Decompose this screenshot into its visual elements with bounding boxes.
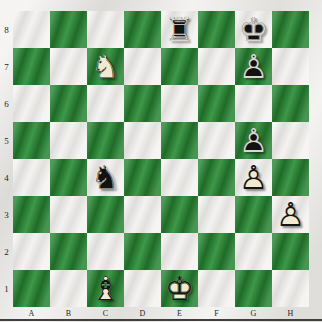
square-d7[interactable] [124, 48, 161, 85]
piece-white-pawn[interactable]: ♟♙ [235, 159, 272, 196]
square-a3[interactable] [13, 196, 50, 233]
square-a4[interactable] [13, 159, 50, 196]
chess-board-frame: 87654321 ♜♖♚♔♞♘♟♙♟♙♞♘♟♙♟♙♝♗♚♔ ABCDEFGH [0, 0, 322, 322]
square-d8[interactable] [124, 11, 161, 48]
file-label-d: D [124, 307, 161, 319]
square-f8[interactable] [198, 11, 235, 48]
square-e3[interactable] [161, 196, 198, 233]
white-king-glyph-outline: ♔ [161, 270, 198, 307]
square-a6[interactable] [13, 85, 50, 122]
square-a5[interactable] [13, 122, 50, 159]
square-g1[interactable] [235, 270, 272, 307]
square-e8[interactable]: ♜♖ [161, 11, 198, 48]
file-label-f: F [198, 307, 235, 319]
black-knight-glyph-fill: ♞ [87, 159, 124, 196]
square-d1[interactable] [124, 270, 161, 307]
square-g8[interactable]: ♚♔ [235, 11, 272, 48]
square-e5[interactable] [161, 122, 198, 159]
square-b2[interactable] [50, 233, 87, 270]
file-label-e: E [161, 307, 198, 319]
file-label-a: A [13, 307, 50, 319]
black-pawn-glyph-outline: ♙ [235, 122, 272, 159]
square-c6[interactable] [87, 85, 124, 122]
square-e4[interactable] [161, 159, 198, 196]
rank-label-1: 1 [0, 270, 13, 307]
square-h2[interactable] [272, 233, 309, 270]
piece-white-knight[interactable]: ♞♘ [87, 48, 124, 85]
rank-label-2: 2 [0, 233, 13, 270]
white-knight-glyph-fill: ♞ [87, 48, 124, 85]
square-f7[interactable] [198, 48, 235, 85]
black-pawn-glyph-fill: ♟ [235, 48, 272, 85]
square-d3[interactable] [124, 196, 161, 233]
black-pawn-glyph-outline: ♙ [235, 48, 272, 85]
rank-label-4: 4 [0, 159, 13, 196]
black-rook-glyph-outline: ♖ [161, 11, 198, 48]
square-a2[interactable] [13, 233, 50, 270]
square-a8[interactable] [13, 11, 50, 48]
rank-label-5: 5 [0, 122, 13, 159]
white-pawn-glyph-outline: ♙ [235, 159, 272, 196]
piece-black-pawn[interactable]: ♟♙ [235, 122, 272, 159]
rank-label-7: 7 [0, 48, 13, 85]
square-e7[interactable] [161, 48, 198, 85]
piece-white-bishop[interactable]: ♝♗ [87, 270, 124, 307]
square-h8[interactable] [272, 11, 309, 48]
file-label-b: B [50, 307, 87, 319]
chess-board: ♜♖♚♔♞♘♟♙♟♙♞♘♟♙♟♙♝♗♚♔ [13, 11, 309, 307]
square-c4[interactable]: ♞♘ [87, 159, 124, 196]
square-b1[interactable] [50, 270, 87, 307]
square-b7[interactable] [50, 48, 87, 85]
black-king-glyph-outline: ♔ [235, 11, 272, 48]
white-pawn-glyph-fill: ♟ [235, 159, 272, 196]
piece-black-knight[interactable]: ♞♘ [87, 159, 124, 196]
square-h5[interactable] [272, 122, 309, 159]
black-knight-glyph-outline: ♘ [87, 159, 124, 196]
square-c8[interactable] [87, 11, 124, 48]
piece-white-pawn[interactable]: ♟♙ [272, 196, 309, 233]
square-e6[interactable] [161, 85, 198, 122]
white-knight-glyph-outline: ♘ [87, 48, 124, 85]
square-b8[interactable] [50, 11, 87, 48]
square-e2[interactable] [161, 233, 198, 270]
rank-label-6: 6 [0, 85, 13, 122]
piece-black-pawn[interactable]: ♟♙ [235, 48, 272, 85]
rank-label-3: 3 [0, 196, 13, 233]
board-bottom-border [0, 319, 322, 321]
square-c1[interactable]: ♝♗ [87, 270, 124, 307]
square-f3[interactable] [198, 196, 235, 233]
square-c3[interactable] [87, 196, 124, 233]
piece-black-rook[interactable]: ♜♖ [161, 11, 198, 48]
square-f6[interactable] [198, 85, 235, 122]
square-a7[interactable] [13, 48, 50, 85]
square-g4[interactable]: ♟♙ [235, 159, 272, 196]
file-label-g: G [235, 307, 272, 319]
rank-label-8: 8 [0, 11, 13, 48]
square-c7[interactable]: ♞♘ [87, 48, 124, 85]
square-g3[interactable] [235, 196, 272, 233]
square-f2[interactable] [198, 233, 235, 270]
square-a1[interactable] [13, 270, 50, 307]
square-h1[interactable] [272, 270, 309, 307]
square-b4[interactable] [50, 159, 87, 196]
square-g2[interactable] [235, 233, 272, 270]
square-b5[interactable] [50, 122, 87, 159]
rank-labels: 87654321 [0, 11, 13, 307]
file-label-c: C [87, 307, 124, 319]
white-bishop-glyph-fill: ♝ [87, 270, 124, 307]
black-king-glyph-fill: ♚ [235, 11, 272, 48]
black-rook-glyph-fill: ♜ [161, 11, 198, 48]
square-b3[interactable] [50, 196, 87, 233]
square-d2[interactable] [124, 233, 161, 270]
white-pawn-glyph-fill: ♟ [272, 196, 309, 233]
file-label-h: H [272, 307, 309, 319]
square-h3[interactable]: ♟♙ [272, 196, 309, 233]
white-king-glyph-fill: ♚ [161, 270, 198, 307]
square-f5[interactable] [198, 122, 235, 159]
square-f1[interactable] [198, 270, 235, 307]
piece-black-king[interactable]: ♚♔ [235, 11, 272, 48]
white-pawn-glyph-outline: ♙ [272, 196, 309, 233]
square-c5[interactable] [87, 122, 124, 159]
black-pawn-glyph-fill: ♟ [235, 122, 272, 159]
square-h7[interactable] [272, 48, 309, 85]
square-d5[interactable] [124, 122, 161, 159]
white-bishop-glyph-outline: ♗ [87, 270, 124, 307]
piece-white-king[interactable]: ♚♔ [161, 270, 198, 307]
square-c2[interactable] [87, 233, 124, 270]
square-g5[interactable]: ♟♙ [235, 122, 272, 159]
square-h6[interactable] [272, 85, 309, 122]
square-f4[interactable] [198, 159, 235, 196]
square-g6[interactable] [235, 85, 272, 122]
square-d6[interactable] [124, 85, 161, 122]
square-h4[interactable] [272, 159, 309, 196]
square-d4[interactable] [124, 159, 161, 196]
square-g7[interactable]: ♟♙ [235, 48, 272, 85]
square-e1[interactable]: ♚♔ [161, 270, 198, 307]
square-b6[interactable] [50, 85, 87, 122]
file-labels: ABCDEFGH [13, 307, 309, 319]
